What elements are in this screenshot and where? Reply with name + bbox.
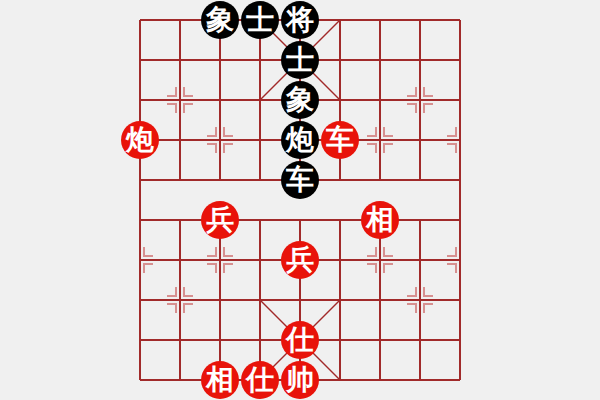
piece-black-elephant[interactable]: 象 bbox=[281, 81, 319, 119]
piece-black-advisor[interactable]: 士 bbox=[241, 1, 279, 39]
piece-red-advisor[interactable]: 仕 bbox=[281, 321, 319, 359]
piece-black-advisor[interactable]: 士 bbox=[281, 41, 319, 79]
piece-red-soldier[interactable]: 兵 bbox=[281, 241, 319, 279]
piece-black-elephant[interactable]: 象 bbox=[201, 1, 239, 39]
xiangqi-board: 象士将士象炮车炮车兵相兵仕相仕帅 bbox=[0, 0, 600, 400]
piece-red-elephant[interactable]: 相 bbox=[361, 201, 399, 239]
piece-red-chariot[interactable]: 车 bbox=[321, 121, 359, 159]
piece-red-cannon[interactable]: 炮 bbox=[121, 121, 159, 159]
piece-red-soldier[interactable]: 兵 bbox=[201, 201, 239, 239]
pieces-layer[interactable]: 象士将士象炮车炮车兵相兵仕相仕帅 bbox=[120, 0, 480, 400]
piece-red-general[interactable]: 帅 bbox=[281, 361, 319, 399]
piece-black-cannon[interactable]: 炮 bbox=[281, 121, 319, 159]
piece-red-elephant[interactable]: 相 bbox=[201, 361, 239, 399]
piece-red-advisor[interactable]: 仕 bbox=[241, 361, 279, 399]
piece-black-chariot[interactable]: 车 bbox=[281, 161, 319, 199]
piece-black-general[interactable]: 将 bbox=[281, 1, 319, 39]
